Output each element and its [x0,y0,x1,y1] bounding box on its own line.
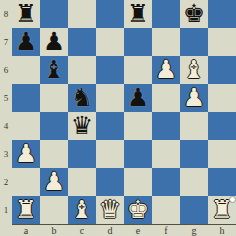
square-d7[interactable] [96,28,124,56]
square-a3[interactable]: ♟ [12,140,40,168]
black-knight-c5[interactable]: ♞ [68,84,96,112]
square-d6[interactable] [96,56,124,84]
square-f3[interactable] [152,140,180,168]
white-pawn-f6[interactable]: ♟ [152,56,180,84]
square-e5[interactable]: ♟ [124,84,152,112]
black-pawn-a7[interactable]: ♟ [12,28,40,56]
chess-board: ♜♜♚♟♟♝♟♝♞♟♟♛♟♟♜♝♛♚♜ [12,0,236,225]
square-e3[interactable] [124,140,152,168]
black-pawn-e5[interactable]: ♟ [124,84,152,112]
square-e6[interactable] [124,56,152,84]
rank-label-5: 5 [0,84,12,112]
square-f1[interactable] [152,196,180,224]
black-bishop-b6[interactable]: ♝ [40,56,68,84]
square-b5[interactable] [40,84,68,112]
rank-label-3: 3 [0,140,12,168]
square-g2[interactable] [180,168,208,196]
square-g5[interactable]: ♟ [180,84,208,112]
rank-label-6: 6 [0,56,12,84]
rank-label-1: 1 [0,196,12,224]
square-g4[interactable] [180,112,208,140]
black-king-g8[interactable]: ♚ [180,0,208,28]
square-a8[interactable]: ♜ [12,0,40,28]
file-label-d: d [96,225,124,236]
black-rook-e8[interactable]: ♜ [124,0,152,28]
square-a5[interactable] [12,84,40,112]
square-c7[interactable] [68,28,96,56]
black-rook-a8[interactable]: ♜ [12,0,40,28]
square-f8[interactable] [152,0,180,28]
square-f5[interactable] [152,84,180,112]
white-pawn-b2[interactable]: ♟ [40,168,68,196]
square-b6[interactable]: ♝ [40,56,68,84]
square-h5[interactable] [208,84,236,112]
rank-label-4: 4 [0,112,12,140]
square-d8[interactable] [96,0,124,28]
black-pawn-b7[interactable]: ♟ [40,28,68,56]
move-indicator-dot [229,196,236,203]
square-a6[interactable] [12,56,40,84]
white-queen-d1[interactable]: ♛ [96,196,124,224]
square-f2[interactable] [152,168,180,196]
square-b3[interactable] [40,140,68,168]
square-c6[interactable] [68,56,96,84]
square-d2[interactable] [96,168,124,196]
rank-label-2: 2 [0,168,12,196]
square-c2[interactable] [68,168,96,196]
rank-label-7: 7 [0,28,12,56]
black-queen-c4[interactable]: ♛ [68,112,96,140]
white-bishop-g6[interactable]: ♝ [180,56,208,84]
square-g3[interactable] [180,140,208,168]
square-g8[interactable]: ♚ [180,0,208,28]
square-a2[interactable] [12,168,40,196]
square-e4[interactable] [124,112,152,140]
square-h7[interactable] [208,28,236,56]
square-f6[interactable]: ♟ [152,56,180,84]
file-label-b: b [40,225,68,236]
square-f4[interactable] [152,112,180,140]
square-h6[interactable] [208,56,236,84]
square-g7[interactable] [180,28,208,56]
square-a1[interactable]: ♜ [12,196,40,224]
file-label-a: a [12,225,40,236]
square-b2[interactable]: ♟ [40,168,68,196]
square-e8[interactable]: ♜ [124,0,152,28]
square-d4[interactable] [96,112,124,140]
white-pawn-a3[interactable]: ♟ [12,140,40,168]
square-c8[interactable] [68,0,96,28]
file-label-h: h [208,225,236,236]
square-c3[interactable] [68,140,96,168]
square-d1[interactable]: ♛ [96,196,124,224]
square-h3[interactable] [208,140,236,168]
file-label-c: c [68,225,96,236]
square-b8[interactable] [40,0,68,28]
square-e2[interactable] [124,168,152,196]
file-label-e: e [124,225,152,236]
white-pawn-g5[interactable]: ♟ [180,84,208,112]
square-g6[interactable]: ♝ [180,56,208,84]
rank-label-8: 8 [0,0,12,28]
chess-diagram: 87654321 ♜♜♚♟♟♝♟♝♞♟♟♛♟♟♜♝♛♚♜ abcdefgh [0,0,236,236]
square-f7[interactable] [152,28,180,56]
file-label-f: f [152,225,180,236]
square-g1[interactable] [180,196,208,224]
square-a7[interactable]: ♟ [12,28,40,56]
white-king-e1[interactable]: ♚ [124,196,152,224]
square-d5[interactable] [96,84,124,112]
file-labels: abcdefgh [12,225,236,236]
square-h8[interactable] [208,0,236,28]
square-c1[interactable]: ♝ [68,196,96,224]
white-rook-a1[interactable]: ♜ [12,196,40,224]
square-c5[interactable]: ♞ [68,84,96,112]
white-bishop-c1[interactable]: ♝ [68,196,96,224]
square-e1[interactable]: ♚ [124,196,152,224]
square-b1[interactable] [40,196,68,224]
square-a4[interactable] [12,112,40,140]
square-b7[interactable]: ♟ [40,28,68,56]
square-h2[interactable] [208,168,236,196]
square-c4[interactable]: ♛ [68,112,96,140]
rank-labels: 87654321 [0,0,12,224]
square-e7[interactable] [124,28,152,56]
square-h4[interactable] [208,112,236,140]
square-b4[interactable] [40,112,68,140]
file-label-g: g [180,225,208,236]
square-d3[interactable] [96,140,124,168]
square-h1[interactable]: ♜ [208,196,236,224]
